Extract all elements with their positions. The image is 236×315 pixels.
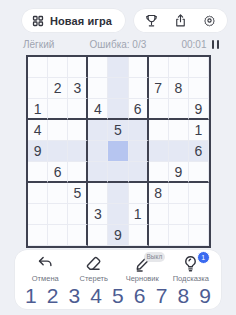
hint-label: Подсказка bbox=[173, 274, 209, 283]
cell-r2c1[interactable] bbox=[28, 78, 48, 99]
cell-r5c9[interactable]: 6 bbox=[189, 141, 209, 162]
cell-r6c9[interactable] bbox=[189, 162, 209, 183]
cell-r7c5[interactable] bbox=[108, 183, 128, 204]
eraser-icon bbox=[84, 254, 103, 273]
cell-r9c5[interactable]: 9 bbox=[108, 225, 128, 246]
cell-r5c1[interactable]: 9 bbox=[28, 141, 48, 162]
cell-r2c2[interactable]: 2 bbox=[48, 78, 68, 99]
cell-r3c8[interactable] bbox=[169, 99, 189, 120]
header: Новая игра bbox=[0, 9, 236, 32]
cell-r1c7[interactable] bbox=[149, 57, 169, 78]
numpad-5[interactable]: 5 bbox=[108, 284, 128, 308]
cell-r6c8[interactable]: 9 bbox=[169, 162, 189, 183]
difficulty-label: Лёгкий bbox=[23, 39, 54, 50]
cell-r7c1[interactable] bbox=[28, 183, 48, 204]
cell-r5c2[interactable] bbox=[48, 141, 68, 162]
share-icon[interactable] bbox=[173, 13, 188, 28]
cell-r1c2[interactable] bbox=[48, 57, 68, 78]
cell-r1c9[interactable] bbox=[189, 57, 209, 78]
cell-r4c3[interactable] bbox=[68, 120, 88, 141]
cell-r8c5[interactable] bbox=[108, 204, 128, 225]
cell-r1c3[interactable] bbox=[68, 57, 88, 78]
cell-r1c6[interactable] bbox=[129, 57, 149, 78]
cell-r4c7[interactable] bbox=[149, 120, 169, 141]
cell-r5c8[interactable] bbox=[169, 141, 189, 162]
sudoku-board: 23781469451966958319 bbox=[26, 55, 211, 248]
mistakes-counter: Ошибка: 0/3 bbox=[90, 39, 147, 50]
cell-r8c4[interactable]: 3 bbox=[88, 204, 108, 225]
cell-r9c1[interactable] bbox=[28, 225, 48, 246]
cell-r8c2[interactable] bbox=[48, 204, 68, 225]
cell-r3c5[interactable] bbox=[108, 99, 128, 120]
cell-r7c3[interactable]: 5 bbox=[68, 183, 88, 204]
cell-r3c7[interactable] bbox=[149, 99, 169, 120]
cell-r9c6[interactable] bbox=[129, 225, 149, 246]
cell-r1c8[interactable] bbox=[169, 57, 189, 78]
cell-r3c1[interactable]: 1 bbox=[28, 99, 48, 120]
cell-r7c7[interactable]: 8 bbox=[149, 183, 169, 204]
settings-icon[interactable] bbox=[202, 13, 217, 28]
cell-r6c7[interactable] bbox=[149, 162, 169, 183]
cell-r6c5[interactable] bbox=[108, 162, 128, 183]
cell-r8c8[interactable] bbox=[169, 204, 189, 225]
cell-r8c1[interactable] bbox=[28, 204, 48, 225]
cell-r4c2[interactable] bbox=[48, 120, 68, 141]
cell-r3c6[interactable]: 6 bbox=[129, 99, 149, 120]
cell-r7c9[interactable] bbox=[189, 183, 209, 204]
cell-r3c3[interactable] bbox=[68, 99, 88, 120]
erase-label: Стереть bbox=[80, 274, 108, 283]
cell-r4c9[interactable]: 1 bbox=[189, 120, 209, 141]
cell-r6c2[interactable]: 6 bbox=[48, 162, 68, 183]
cell-r7c2[interactable] bbox=[48, 183, 68, 204]
cell-r1c5[interactable] bbox=[108, 57, 128, 78]
cell-r4c6[interactable] bbox=[129, 120, 149, 141]
hint-count-badge: 1 bbox=[197, 251, 210, 264]
cell-r1c4[interactable] bbox=[88, 57, 108, 78]
cell-r5c4[interactable] bbox=[88, 141, 108, 162]
cell-r6c4[interactable] bbox=[88, 162, 108, 183]
cell-r9c8[interactable] bbox=[169, 225, 189, 246]
cell-r5c7[interactable] bbox=[149, 141, 169, 162]
cell-r9c9[interactable] bbox=[189, 225, 209, 246]
pause-icon[interactable] bbox=[212, 40, 220, 49]
sudoku-app: Новая игра bbox=[0, 0, 236, 315]
cell-r3c9[interactable]: 9 bbox=[189, 99, 209, 120]
cell-r1c1[interactable] bbox=[28, 57, 48, 78]
header-actions bbox=[134, 9, 227, 32]
cell-r8c9[interactable] bbox=[189, 204, 209, 225]
cell-r4c4[interactable] bbox=[88, 120, 108, 141]
numpad-8[interactable]: 8 bbox=[173, 284, 193, 308]
draft-button[interactable]: Выкл Черновик bbox=[118, 254, 166, 283]
trophy-icon[interactable] bbox=[144, 13, 159, 28]
cell-r4c1[interactable]: 4 bbox=[28, 120, 48, 141]
cell-r2c8[interactable]: 8 bbox=[169, 78, 189, 99]
new-game-button[interactable]: Новая игра bbox=[22, 9, 125, 32]
timer: 00:01 bbox=[181, 39, 206, 50]
erase-button[interactable]: Стереть bbox=[70, 254, 118, 283]
grid-icon bbox=[32, 15, 44, 27]
cell-r7c6[interactable] bbox=[129, 183, 149, 204]
cell-r7c4[interactable] bbox=[88, 183, 108, 204]
toolbar: Отмена Стереть Выкл bbox=[15, 250, 221, 283]
draft-off-badge: Выкл bbox=[144, 252, 166, 262]
cell-r2c5[interactable] bbox=[108, 78, 128, 99]
numpad-6[interactable]: 6 bbox=[130, 284, 150, 308]
cell-r2c9[interactable] bbox=[189, 78, 209, 99]
cell-r2c4[interactable] bbox=[88, 78, 108, 99]
status-bar: Лёгкий Ошибка: 0/3 00:01 bbox=[23, 39, 219, 50]
cell-r4c8[interactable] bbox=[169, 120, 189, 141]
cell-r8c7[interactable] bbox=[149, 204, 169, 225]
cell-r3c2[interactable] bbox=[48, 99, 68, 120]
numpad-7[interactable]: 7 bbox=[151, 284, 171, 308]
cell-r2c6[interactable] bbox=[129, 78, 149, 99]
cell-r9c7[interactable] bbox=[149, 225, 169, 246]
cell-r8c3[interactable] bbox=[68, 204, 88, 225]
cell-r6c3[interactable] bbox=[68, 162, 88, 183]
undo-icon bbox=[36, 254, 55, 273]
cell-r7c8[interactable] bbox=[169, 183, 189, 204]
cell-r9c3[interactable] bbox=[68, 225, 88, 246]
cell-r5c5[interactable] bbox=[108, 141, 128, 162]
numpad-4[interactable]: 4 bbox=[86, 284, 106, 308]
cell-r4c5[interactable]: 5 bbox=[108, 120, 128, 141]
cell-r6c1[interactable] bbox=[28, 162, 48, 183]
undo-button[interactable]: Отмена bbox=[21, 254, 69, 283]
cell-r9c2[interactable] bbox=[48, 225, 68, 246]
cell-r2c7[interactable]: 7 bbox=[149, 78, 169, 99]
numpad-2[interactable]: 2 bbox=[43, 284, 63, 308]
cell-r8c6[interactable]: 1 bbox=[129, 204, 149, 225]
numpad: 123456789 bbox=[15, 284, 221, 308]
draft-label: Черновик bbox=[126, 274, 159, 283]
cell-r9c4[interactable] bbox=[88, 225, 108, 246]
numpad-9[interactable]: 9 bbox=[195, 284, 215, 308]
cell-r5c6[interactable] bbox=[129, 141, 149, 162]
cell-r3c4[interactable]: 4 bbox=[88, 99, 108, 120]
cell-r2c3[interactable]: 3 bbox=[68, 78, 88, 99]
cell-r6c6[interactable] bbox=[129, 162, 149, 183]
hint-button[interactable]: 1 Подсказка bbox=[167, 254, 215, 283]
numpad-1[interactable]: 1 bbox=[21, 284, 41, 308]
new-game-label: Новая игра bbox=[50, 15, 112, 27]
undo-label: Отмена bbox=[32, 274, 59, 283]
control-card: Отмена Стереть Выкл bbox=[15, 250, 221, 309]
cell-r5c3[interactable] bbox=[68, 141, 88, 162]
numpad-3[interactable]: 3 bbox=[64, 284, 84, 308]
